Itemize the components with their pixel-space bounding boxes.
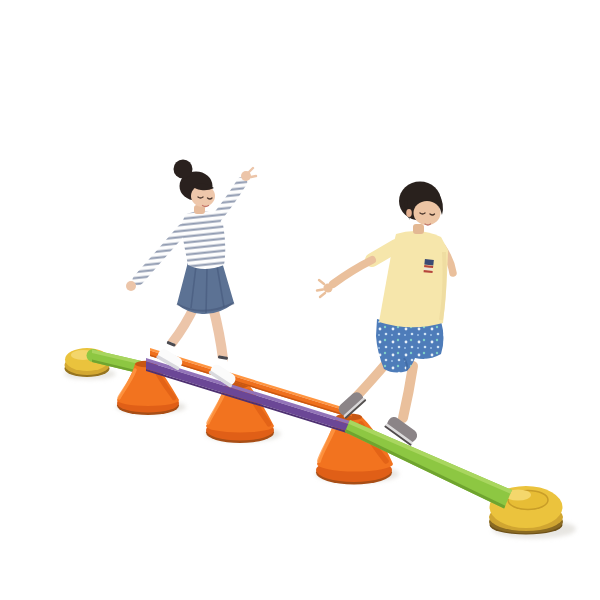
girl-right-arm bbox=[214, 182, 242, 221]
girl-skirt bbox=[177, 262, 234, 314]
boy-right-leg bbox=[403, 366, 413, 418]
product-photo bbox=[0, 0, 600, 600]
girl-hair-bun bbox=[174, 160, 193, 179]
boy-right-arm bbox=[333, 260, 372, 284]
girl-head bbox=[174, 160, 216, 208]
boy-head bbox=[399, 182, 443, 226]
boy-chest-print bbox=[424, 259, 434, 273]
girl-left-arm bbox=[138, 229, 183, 280]
girl-left-hand bbox=[126, 281, 136, 291]
scene-illustration bbox=[0, 0, 600, 600]
girl-figure bbox=[126, 160, 256, 388]
boy-face bbox=[414, 201, 441, 225]
boy-ear bbox=[406, 209, 412, 217]
girl-right-leg bbox=[213, 307, 223, 359]
boy-neck bbox=[413, 224, 424, 234]
